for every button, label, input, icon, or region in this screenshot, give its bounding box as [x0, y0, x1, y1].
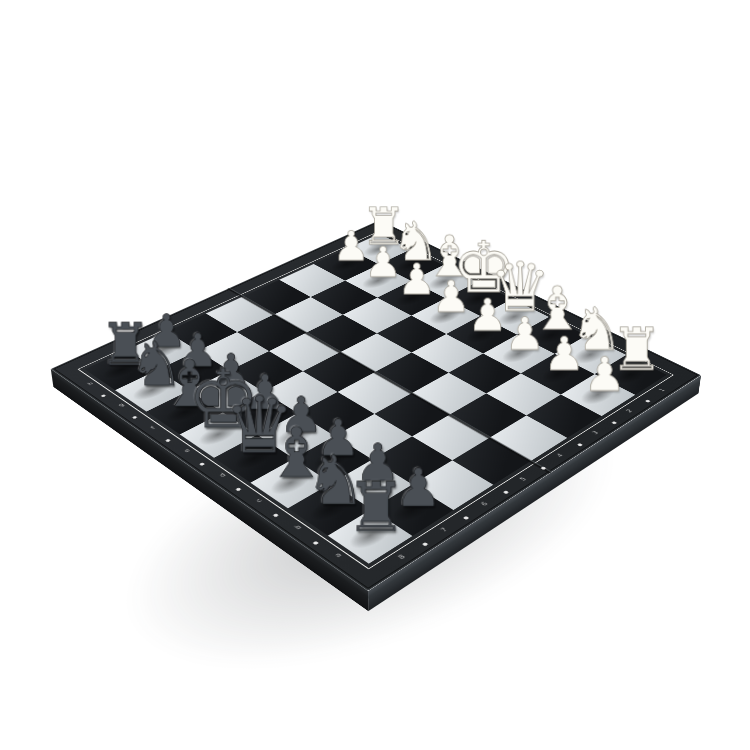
product-photo-scene: hgfedcba87654321♜♞♝♛♚♝♞♜♟♟♟♟♟♟♟♟♟♟♟♟♟♟♟♟… [0, 0, 750, 750]
piece-black-rook[interactable]: ♜ [341, 466, 411, 541]
piece-white-pawn[interactable]: ♟ [574, 345, 636, 398]
